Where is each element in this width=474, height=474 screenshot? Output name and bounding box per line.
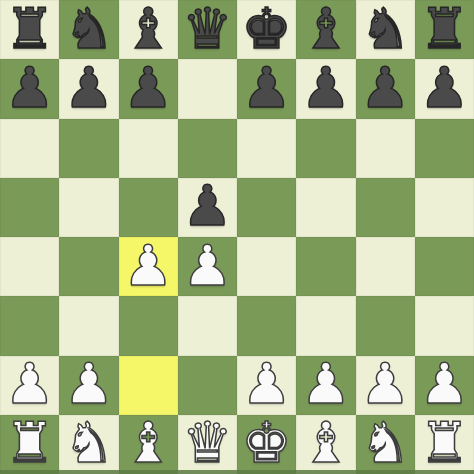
square-g4[interactable] [356,237,415,296]
square-g1[interactable]: ♞ [356,415,415,474]
square-f8[interactable]: ♝ [296,0,355,59]
square-c3[interactable] [119,296,178,355]
white-queen[interactable]: ♛ [182,415,232,471]
square-a6[interactable] [0,119,59,178]
square-d6[interactable] [178,119,237,178]
square-b7[interactable]: ♟ [59,59,118,118]
square-b8[interactable]: ♞ [59,0,118,59]
white-pawn[interactable]: ♟ [242,356,292,412]
square-a4[interactable] [0,237,59,296]
white-pawn[interactable]: ♟ [64,356,114,412]
black-bishop[interactable]: ♝ [301,1,351,57]
black-pawn[interactable]: ♟ [182,178,232,234]
square-f1[interactable]: ♝ [296,415,355,474]
square-f4[interactable] [296,237,355,296]
square-h7[interactable]: ♟ [415,59,474,118]
square-b5[interactable] [59,178,118,237]
black-pawn[interactable]: ♟ [242,60,292,116]
square-a5[interactable] [0,178,59,237]
square-h3[interactable] [415,296,474,355]
black-pawn[interactable]: ♟ [360,60,410,116]
square-b3[interactable] [59,296,118,355]
square-e5[interactable] [237,178,296,237]
black-queen[interactable]: ♛ [182,1,232,57]
white-pawn[interactable]: ♟ [360,356,410,412]
square-a7[interactable]: ♟ [0,59,59,118]
square-d8[interactable]: ♛ [178,0,237,59]
square-c5[interactable] [119,178,178,237]
square-e6[interactable] [237,119,296,178]
square-e2[interactable]: ♟ [237,356,296,415]
black-pawn[interactable]: ♟ [64,60,114,116]
square-g7[interactable]: ♟ [356,59,415,118]
square-h6[interactable] [415,119,474,178]
white-bishop[interactable]: ♝ [123,415,173,471]
square-c7[interactable]: ♟ [119,59,178,118]
white-pawn[interactable]: ♟ [419,356,469,412]
square-b4[interactable] [59,237,118,296]
square-c6[interactable] [119,119,178,178]
square-a2[interactable]: ♟ [0,356,59,415]
square-h4[interactable] [415,237,474,296]
black-bishop[interactable]: ♝ [123,1,173,57]
white-pawn[interactable]: ♟ [301,356,351,412]
square-h2[interactable]: ♟ [415,356,474,415]
white-king[interactable]: ♚ [242,415,292,471]
square-c8[interactable]: ♝ [119,0,178,59]
square-e3[interactable] [237,296,296,355]
white-pawn[interactable]: ♟ [123,238,173,294]
square-g2[interactable]: ♟ [356,356,415,415]
square-f7[interactable]: ♟ [296,59,355,118]
square-b6[interactable] [59,119,118,178]
chess-board: ♜♞♝♛♚♝♞♜♟♟♟♟♟♟♟♟♟♟♟♟♟♟♟♟♜♞♝♛♚♝♞♜ [0,0,474,474]
square-b1[interactable]: ♞ [59,415,118,474]
square-f5[interactable] [296,178,355,237]
black-king[interactable]: ♚ [242,1,292,57]
black-pawn[interactable]: ♟ [123,60,173,116]
square-d2[interactable] [178,356,237,415]
square-d7[interactable] [178,59,237,118]
black-knight[interactable]: ♞ [64,1,114,57]
square-c2[interactable] [119,356,178,415]
chess-board-container: ♜♞♝♛♚♝♞♜♟♟♟♟♟♟♟♟♟♟♟♟♟♟♟♟♜♞♝♛♚♝♞♜ [0,0,474,474]
square-a8[interactable]: ♜ [0,0,59,59]
black-pawn[interactable]: ♟ [301,60,351,116]
square-a1[interactable]: ♜ [0,415,59,474]
square-e8[interactable]: ♚ [237,0,296,59]
square-d3[interactable] [178,296,237,355]
white-knight[interactable]: ♞ [64,415,114,471]
square-h1[interactable]: ♜ [415,415,474,474]
square-h5[interactable] [415,178,474,237]
black-pawn[interactable]: ♟ [419,60,469,116]
black-pawn[interactable]: ♟ [5,60,55,116]
square-d5[interactable]: ♟ [178,178,237,237]
black-knight[interactable]: ♞ [360,1,410,57]
black-rook[interactable]: ♜ [5,1,55,57]
square-g6[interactable] [356,119,415,178]
square-g3[interactable] [356,296,415,355]
white-pawn[interactable]: ♟ [5,356,55,412]
square-f2[interactable]: ♟ [296,356,355,415]
white-pawn[interactable]: ♟ [182,238,232,294]
square-f6[interactable] [296,119,355,178]
white-rook[interactable]: ♜ [5,415,55,471]
white-rook[interactable]: ♜ [419,415,469,471]
square-d4[interactable]: ♟ [178,237,237,296]
square-d1[interactable]: ♛ [178,415,237,474]
square-e7[interactable]: ♟ [237,59,296,118]
square-e1[interactable]: ♚ [237,415,296,474]
square-g5[interactable] [356,178,415,237]
square-c1[interactable]: ♝ [119,415,178,474]
square-h8[interactable]: ♜ [415,0,474,59]
square-b2[interactable]: ♟ [59,356,118,415]
white-knight[interactable]: ♞ [360,415,410,471]
white-bishop[interactable]: ♝ [301,415,351,471]
square-e4[interactable] [237,237,296,296]
square-c4[interactable]: ♟ [119,237,178,296]
square-f3[interactable] [296,296,355,355]
square-g8[interactable]: ♞ [356,0,415,59]
square-a3[interactable] [0,296,59,355]
black-rook[interactable]: ♜ [419,1,469,57]
